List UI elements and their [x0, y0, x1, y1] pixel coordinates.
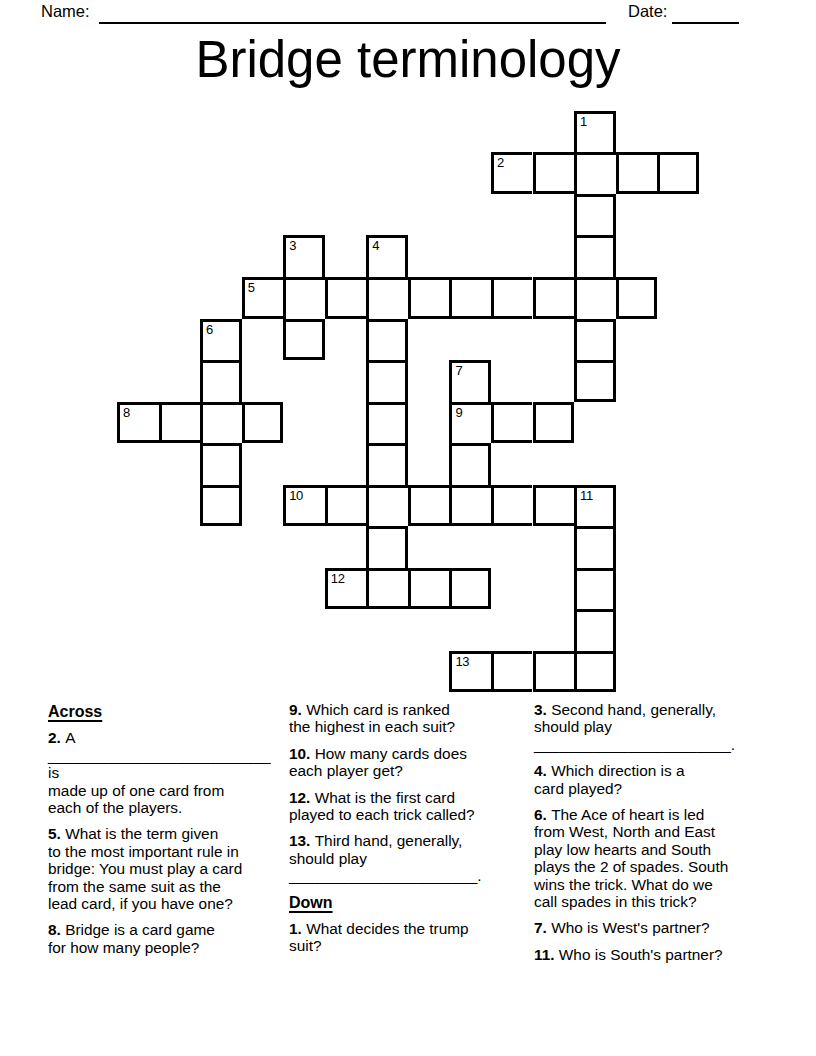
clue-item-text: How many cards does each player get? — [289, 745, 467, 779]
grid-cell[interactable] — [366, 485, 408, 527]
clue-number: 6 — [206, 322, 213, 337]
grid-cell[interactable]: 5 — [242, 277, 284, 319]
clue-3: 3. Second hand, generally, should play _… — [534, 701, 768, 753]
grid-cell[interactable] — [408, 568, 450, 610]
grid-cell[interactable] — [366, 443, 408, 485]
grid-cell[interactable] — [574, 235, 616, 277]
clue-item-number: 12. — [289, 789, 315, 806]
grid-cell[interactable] — [366, 277, 408, 319]
clue-4: 4. Which direction is a card played? — [534, 762, 768, 797]
clue-item-text: Second hand, generally, should play ____… — [534, 701, 735, 753]
grid-cell[interactable] — [491, 402, 533, 444]
grid-cell[interactable] — [574, 360, 616, 402]
clue-2: 2. A __________________________ is made … — [48, 729, 280, 816]
clue-item-number: 3. — [534, 701, 551, 718]
grid-cell[interactable] — [366, 568, 408, 610]
clue-1: 1. What decides the trump suit? — [289, 920, 517, 955]
grid-cell[interactable] — [449, 443, 491, 485]
grid-cell[interactable] — [200, 402, 242, 444]
clue-5: 5. What is the term given to the most im… — [48, 825, 280, 912]
grid-cell[interactable] — [574, 319, 616, 361]
clue-item-text: What is the first card played to each tr… — [289, 789, 475, 823]
clue-number: 8 — [123, 405, 130, 420]
clue-number: 7 — [455, 363, 462, 378]
clue-item-number: 6. — [534, 806, 551, 823]
clues-column-1: Across2. A __________________________ is… — [48, 701, 280, 965]
clue-item-text: Which card is ranked the highest in each… — [289, 701, 455, 735]
clue-number: 4 — [372, 238, 379, 253]
clue-10: 10. How many cards does each player get? — [289, 745, 517, 780]
clue-number: 2 — [497, 155, 504, 170]
grid-cell[interactable] — [533, 402, 575, 444]
grid-cell[interactable]: 2 — [491, 152, 533, 194]
clue-item-number: 7. — [534, 919, 551, 936]
clue-item-text: What is the term given to the most impor… — [48, 825, 242, 912]
clues-column-2: 9. Which card is ranked the highest in e… — [289, 701, 517, 964]
grid-cell[interactable] — [366, 402, 408, 444]
grid-cell[interactable] — [574, 526, 616, 568]
grid-cell[interactable] — [574, 194, 616, 236]
grid-cell[interactable] — [408, 277, 450, 319]
grid-cell[interactable]: 11 — [574, 485, 616, 527]
grid-cell[interactable] — [325, 485, 367, 527]
clue-number: 12 — [331, 571, 345, 586]
grid-cell[interactable] — [533, 277, 575, 319]
grid-cell[interactable] — [491, 651, 533, 693]
grid-cell[interactable] — [200, 443, 242, 485]
clue-11: 11. Who is South's partner? — [534, 946, 768, 963]
grid-cell[interactable] — [657, 152, 699, 194]
grid-cell[interactable] — [200, 485, 242, 527]
grid-cell[interactable] — [283, 277, 325, 319]
clue-item-text: Bridge is a card game for how many peopl… — [48, 921, 215, 955]
grid-cell[interactable] — [533, 152, 575, 194]
across-heading: Across — [48, 703, 280, 720]
grid-cell[interactable]: 10 — [283, 485, 325, 527]
clue-item-text: What decides the trump suit? — [289, 920, 469, 954]
grid-cell[interactable] — [366, 360, 408, 402]
clue-number: 9 — [455, 405, 462, 420]
grid-cell[interactable] — [491, 485, 533, 527]
clue-number: 13 — [455, 654, 469, 669]
clue-9: 9. Which card is ranked the highest in e… — [289, 701, 517, 736]
grid-cell[interactable]: 7 — [449, 360, 491, 402]
grid-cell[interactable] — [449, 568, 491, 610]
grid-cell[interactable] — [574, 277, 616, 319]
grid-cell[interactable]: 8 — [117, 402, 159, 444]
grid-cell[interactable] — [533, 651, 575, 693]
grid-cell[interactable] — [574, 568, 616, 610]
down-heading: Down — [289, 894, 517, 911]
clue-item-text: Who is West's partner? — [551, 919, 709, 936]
grid-cell[interactable] — [574, 152, 616, 194]
grid-cell[interactable] — [616, 277, 658, 319]
grid-cell[interactable] — [449, 485, 491, 527]
grid-cell[interactable]: 1 — [574, 111, 616, 153]
clue-item-text: The Ace of heart is led from West, North… — [534, 806, 728, 910]
clue-item-number: 9. — [289, 701, 306, 718]
clue-item-text: Who is South's partner? — [559, 946, 723, 963]
grid-cell[interactable]: 9 — [449, 402, 491, 444]
grid-cell[interactable]: 3 — [283, 235, 325, 277]
grid-cell[interactable]: 6 — [200, 319, 242, 361]
grid-cell[interactable] — [200, 360, 242, 402]
clue-7: 7. Who is West's partner? — [534, 919, 768, 936]
grid-cell[interactable] — [408, 485, 450, 527]
grid-cell[interactable] — [366, 526, 408, 568]
worksheet-page: Name: Date: Bridge terminology 123456789… — [0, 0, 816, 1056]
clue-item-text: Third hand, generally, should play _____… — [289, 832, 482, 884]
grid-cell[interactable] — [159, 402, 201, 444]
clue-item-number: 2. — [48, 729, 65, 746]
clue-13: 13. Third hand, generally, should play _… — [289, 832, 517, 884]
grid-cell[interactable]: 12 — [325, 568, 367, 610]
clue-item-text: Which direction is a card played? — [534, 762, 685, 796]
clue-8: 8. Bridge is a card game for how many pe… — [48, 921, 280, 956]
grid-cell[interactable] — [574, 609, 616, 651]
clue-item-number: 8. — [48, 921, 65, 938]
grid-cell[interactable] — [449, 277, 491, 319]
grid-cell[interactable] — [325, 277, 367, 319]
clue-number: 3 — [289, 238, 296, 253]
clue-number: 11 — [580, 488, 593, 503]
clue-item-number: 11. — [534, 946, 559, 963]
clue-number: 10 — [289, 488, 303, 503]
clue-12: 12. What is the first card played to eac… — [289, 789, 517, 824]
grid-cell[interactable] — [616, 152, 658, 194]
grid-cell[interactable]: 4 — [366, 235, 408, 277]
clue-6: 6. The Ace of heart is led from West, No… — [534, 806, 768, 910]
grid-cell[interactable] — [283, 319, 325, 361]
grid-cell[interactable] — [366, 319, 408, 361]
clues-column-3: 3. Second hand, generally, should play _… — [534, 701, 768, 972]
clue-number: 1 — [580, 114, 587, 129]
grid-cell[interactable]: 13 — [449, 651, 491, 693]
grid-cell[interactable] — [533, 485, 575, 527]
clue-number: 5 — [248, 280, 255, 295]
clue-item-number: 10. — [289, 745, 315, 762]
clue-item-number: 13. — [289, 832, 315, 849]
clue-item-number: 5. — [48, 825, 65, 842]
grid-cell[interactable] — [242, 402, 284, 444]
grid-cell[interactable] — [491, 277, 533, 319]
grid-cell[interactable] — [574, 651, 616, 693]
clue-item-number: 1. — [289, 920, 306, 937]
clue-item-number: 4. — [534, 762, 551, 779]
clue-item-text: A __________________________ is made up … — [48, 729, 271, 816]
